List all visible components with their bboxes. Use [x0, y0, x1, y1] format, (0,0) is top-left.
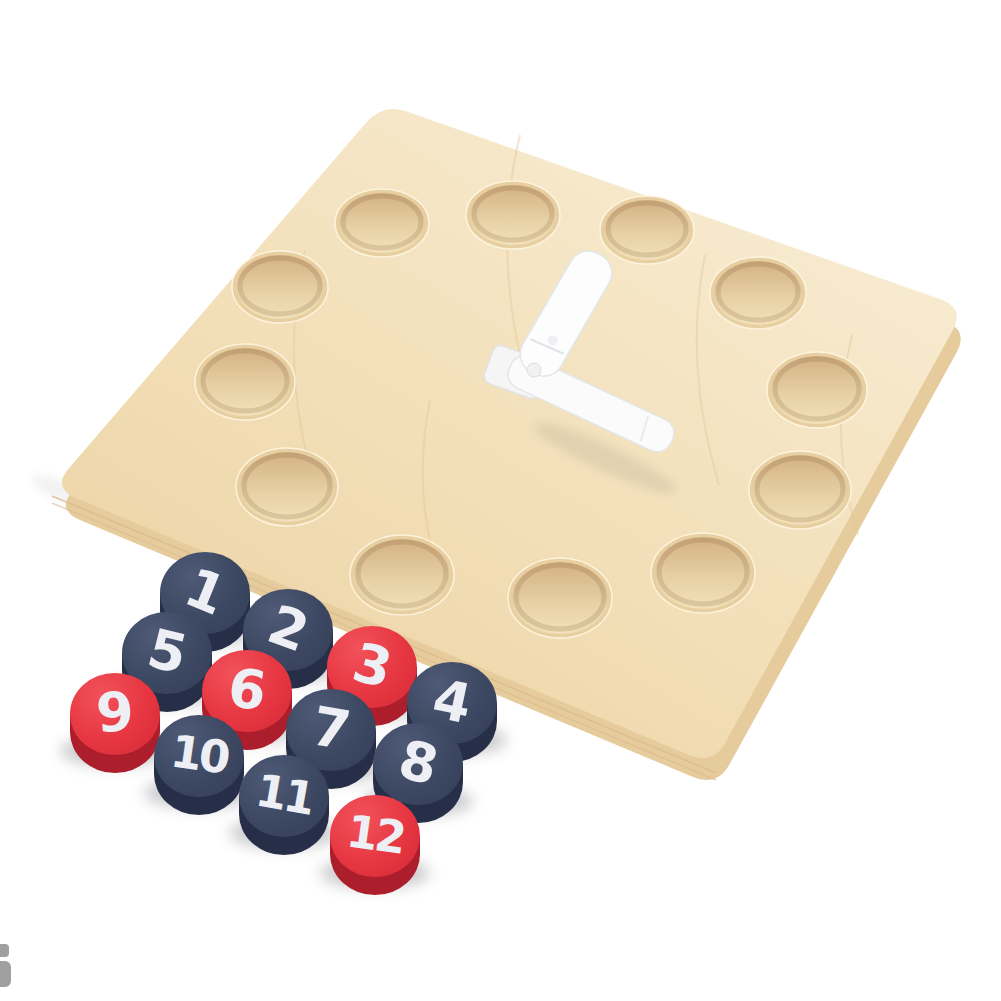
disc-number-label: 11 [233, 748, 336, 844]
product-photo-teaching-clock: 125364971081112 [0, 0, 1001, 1001]
disc-number-label: 10 [149, 709, 250, 803]
watermark-fragment-top [0, 944, 9, 957]
number-disc-12: 12 [330, 795, 420, 895]
disc-number-label: 12 [325, 789, 426, 883]
watermark-fragment-bottom [0, 961, 11, 987]
number-disc-11: 11 [239, 755, 329, 855]
number-disc-tray: 125364971081112 [0, 0, 1001, 1001]
number-disc-10: 10 [154, 715, 244, 815]
disc-number-label: 9 [67, 670, 163, 758]
number-disc-9: 9 [70, 673, 160, 773]
